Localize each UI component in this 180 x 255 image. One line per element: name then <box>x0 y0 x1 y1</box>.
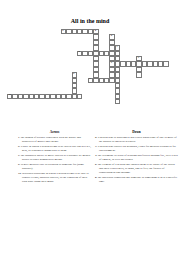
cell-number: 10 <box>8 94 11 97</box>
grid-cell[interactable] <box>66 94 71 99</box>
cell-number: 2 <box>95 30 96 33</box>
grid-cell[interactable] <box>88 51 93 56</box>
grid-cell[interactable] <box>131 61 136 66</box>
down-clue-list: 2. a person who is studying or has exper… <box>95 136 178 184</box>
grid-cell[interactable] <box>104 51 109 56</box>
grid-cell[interactable] <box>115 99 120 104</box>
cell-number: 8 <box>73 73 74 76</box>
across-clue-1: 1. the branch of science concerned with … <box>18 136 91 143</box>
across-clue-10: 10. describes situations in which a pers… <box>18 172 91 183</box>
cell-number: 1 <box>62 30 63 33</box>
cell-number: 7 <box>111 62 112 65</box>
crossword-page: All in the mind 12374568910 Across 1. th… <box>0 0 180 255</box>
across-clue-7: 7. the supposed ability to move objects … <box>18 154 91 161</box>
down-clue-8: 8. the particular condition that someone… <box>95 176 178 183</box>
cell-number: 6 <box>138 57 139 60</box>
grid-cell[interactable] <box>136 72 141 77</box>
cell-number: 4 <box>116 46 117 49</box>
down-clue-4: 4. the ceremony or ritual of walking bar… <box>95 154 178 161</box>
across-header: Across <box>18 130 91 134</box>
down-clue-2: 2. a person who is studying or has exper… <box>95 136 178 143</box>
grid-cell[interactable] <box>77 94 82 99</box>
grid-cell[interactable] <box>163 61 168 66</box>
across-clue-list: 1. the branch of science concerned with … <box>18 136 91 184</box>
grid-cell[interactable] <box>104 78 109 83</box>
down-header: Down <box>95 130 178 134</box>
across-clue-9: 9. to give medical care or attention to … <box>18 163 91 170</box>
across-clue-5: 5. a state in which a person seems to be… <box>18 145 91 152</box>
down-clue-6: 6. the element of a person that enables … <box>95 163 178 174</box>
down-clue-3: 3. a person who carries out hypnosis, ei… <box>95 145 178 152</box>
crossword-grid: 12374568910 <box>7 29 169 104</box>
cell-number: 3 <box>111 35 112 38</box>
across-clues-column: Across 1. the branch of science concerne… <box>18 130 91 185</box>
puzzle-title: All in the mind <box>0 18 180 24</box>
cell-number: 9 <box>89 78 90 81</box>
down-clues-column: Down 2. a person who is studying or has … <box>95 130 178 185</box>
cell-number: 5 <box>78 51 79 54</box>
